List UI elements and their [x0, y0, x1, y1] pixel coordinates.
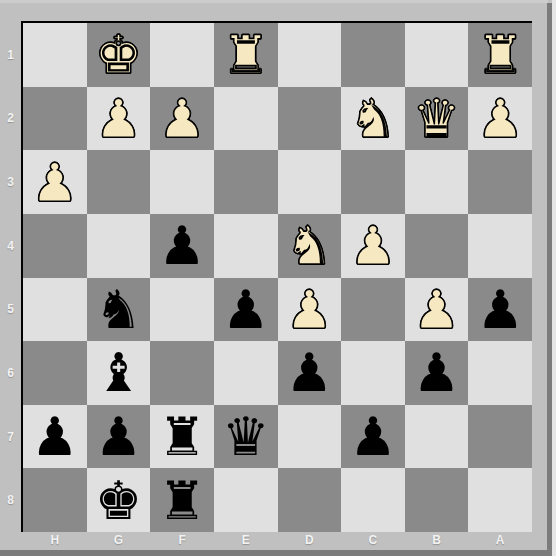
white-pawn[interactable]: ♟ — [413, 283, 461, 336]
square-c4[interactable]: ♟ — [341, 214, 405, 278]
square-a5[interactable]: ♟ — [468, 278, 532, 342]
square-c3[interactable] — [341, 150, 405, 214]
square-g3[interactable] — [87, 150, 151, 214]
black-rook[interactable]: ♜ — [158, 474, 206, 527]
square-a1[interactable]: ♜ — [468, 23, 532, 87]
black-knight[interactable]: ♞ — [95, 283, 143, 336]
black-queen[interactable]: ♛ — [222, 410, 270, 463]
file-label-g: G — [87, 531, 151, 550]
file-label-h: H — [23, 531, 87, 550]
square-h4[interactable] — [23, 214, 87, 278]
square-e6[interactable] — [214, 341, 278, 405]
square-b4[interactable] — [405, 214, 469, 278]
square-f7[interactable]: ♜ — [150, 405, 214, 469]
window-edge-highlight-top — [0, 0, 548, 3]
square-g7[interactable]: ♟ — [87, 405, 151, 469]
square-a2[interactable]: ♟ — [468, 87, 532, 151]
white-rook[interactable]: ♜ — [476, 28, 524, 81]
square-f4[interactable]: ♟ — [150, 214, 214, 278]
file-label-b: B — [405, 531, 469, 550]
rank-labels: 12345678 — [0, 23, 21, 532]
square-h6[interactable] — [23, 341, 87, 405]
black-king[interactable]: ♚ — [95, 474, 143, 527]
square-e1[interactable]: ♜ — [214, 23, 278, 87]
square-g4[interactable] — [87, 214, 151, 278]
square-c8[interactable] — [341, 468, 405, 532]
black-pawn[interactable]: ♟ — [222, 283, 270, 336]
square-e5[interactable]: ♟ — [214, 278, 278, 342]
file-label-c: C — [341, 531, 405, 550]
square-c1[interactable] — [341, 23, 405, 87]
square-h3[interactable]: ♟ — [23, 150, 87, 214]
black-pawn[interactable]: ♟ — [95, 410, 143, 463]
square-f8[interactable]: ♜ — [150, 468, 214, 532]
rank-label-8: 8 — [0, 468, 21, 532]
square-f6[interactable] — [150, 341, 214, 405]
square-b6[interactable]: ♟ — [405, 341, 469, 405]
square-d8[interactable] — [278, 468, 342, 532]
rank-label-3: 3 — [0, 150, 21, 214]
black-pawn[interactable]: ♟ — [413, 346, 461, 399]
file-label-a: A — [468, 531, 532, 550]
white-rook[interactable]: ♜ — [222, 28, 270, 81]
square-a8[interactable] — [468, 468, 532, 532]
square-h8[interactable] — [23, 468, 87, 532]
rank-label-1: 1 — [0, 23, 21, 87]
chess-board-panel: 12345678 ♚♜♜♟♟♞♛♟♟♟♞♟♞♟♟♟♟♝♟♟♟♟♜♛♟♚♜ HGF… — [0, 0, 556, 556]
square-c2[interactable]: ♞ — [341, 87, 405, 151]
square-b2[interactable]: ♛ — [405, 87, 469, 151]
square-e4[interactable] — [214, 214, 278, 278]
white-pawn[interactable]: ♟ — [286, 283, 334, 336]
white-pawn[interactable]: ♟ — [349, 219, 397, 272]
file-label-e: E — [214, 531, 278, 550]
square-g6[interactable]: ♝ — [87, 341, 151, 405]
black-pawn[interactable]: ♟ — [349, 410, 397, 463]
square-b8[interactable] — [405, 468, 469, 532]
square-e7[interactable]: ♛ — [214, 405, 278, 469]
square-e2[interactable] — [214, 87, 278, 151]
white-knight[interactable]: ♞ — [286, 219, 334, 272]
square-f3[interactable] — [150, 150, 214, 214]
file-label-d: D — [278, 531, 342, 550]
white-knight[interactable]: ♞ — [349, 92, 397, 145]
square-g2[interactable]: ♟ — [87, 87, 151, 151]
black-rook[interactable]: ♜ — [158, 410, 206, 463]
square-e3[interactable] — [214, 150, 278, 214]
black-pawn[interactable]: ♟ — [476, 283, 524, 336]
chess-board[interactable]: ♚♜♜♟♟♞♛♟♟♟♞♟♞♟♟♟♟♝♟♟♟♟♜♛♟♚♜ — [21, 21, 532, 532]
square-c5[interactable] — [341, 278, 405, 342]
file-labels: HGFEDCBA — [23, 531, 532, 550]
square-a6[interactable] — [468, 341, 532, 405]
window-edge-shadow-bottom — [0, 550, 548, 556]
square-d5[interactable]: ♟ — [278, 278, 342, 342]
black-bishop[interactable]: ♝ — [95, 346, 143, 399]
square-c6[interactable] — [341, 341, 405, 405]
square-f5[interactable] — [150, 278, 214, 342]
square-d4[interactable]: ♞ — [278, 214, 342, 278]
square-h5[interactable] — [23, 278, 87, 342]
square-b1[interactable] — [405, 23, 469, 87]
window-edge-highlight-right — [552, 0, 556, 556]
rank-label-7: 7 — [0, 405, 21, 469]
square-d2[interactable] — [278, 87, 342, 151]
square-d7[interactable] — [278, 405, 342, 469]
white-queen[interactable]: ♛ — [413, 92, 461, 145]
black-pawn[interactable]: ♟ — [286, 346, 334, 399]
white-pawn[interactable]: ♟ — [95, 92, 143, 145]
square-a3[interactable] — [468, 150, 532, 214]
square-d3[interactable] — [278, 150, 342, 214]
square-a4[interactable] — [468, 214, 532, 278]
rank-label-2: 2 — [0, 87, 21, 151]
rank-label-6: 6 — [0, 341, 21, 405]
white-king[interactable]: ♚ — [95, 28, 143, 81]
black-pawn[interactable]: ♟ — [158, 219, 206, 272]
square-f2[interactable]: ♟ — [150, 87, 214, 151]
square-d1[interactable] — [278, 23, 342, 87]
white-pawn[interactable]: ♟ — [31, 156, 79, 209]
white-pawn[interactable]: ♟ — [158, 92, 206, 145]
square-e8[interactable] — [214, 468, 278, 532]
square-a7[interactable] — [468, 405, 532, 469]
square-f1[interactable] — [150, 23, 214, 87]
square-b7[interactable] — [405, 405, 469, 469]
rank-label-5: 5 — [0, 278, 21, 342]
square-h2[interactable] — [23, 87, 87, 151]
square-b5[interactable]: ♟ — [405, 278, 469, 342]
square-g1[interactable]: ♚ — [87, 23, 151, 87]
rank-label-4: 4 — [0, 214, 21, 278]
square-d6[interactable]: ♟ — [278, 341, 342, 405]
white-pawn[interactable]: ♟ — [476, 92, 524, 145]
square-c7[interactable]: ♟ — [341, 405, 405, 469]
file-label-f: F — [150, 531, 214, 550]
square-h1[interactable] — [23, 23, 87, 87]
square-b3[interactable] — [405, 150, 469, 214]
square-h7[interactable]: ♟ — [23, 405, 87, 469]
square-g5[interactable]: ♞ — [87, 278, 151, 342]
square-g8[interactable]: ♚ — [87, 468, 151, 532]
black-pawn[interactable]: ♟ — [31, 410, 79, 463]
